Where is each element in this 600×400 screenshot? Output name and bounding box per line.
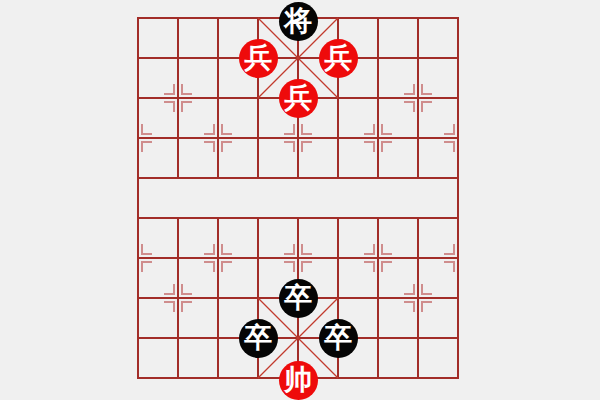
piece-red-soldier[interactable]: 兵 (239, 39, 278, 78)
xiangqi-board: 将兵兵兵卒卒卒帅 (0, 0, 600, 400)
piece-red-general[interactable]: 帅 (279, 361, 318, 400)
piece-black-general[interactable]: 将 (279, 2, 318, 41)
piece-black-soldier[interactable]: 卒 (239, 319, 278, 358)
piece-black-soldier[interactable]: 卒 (319, 319, 358, 358)
piece-layer: 将兵兵兵卒卒卒帅 (118, 0, 478, 398)
piece-black-soldier[interactable]: 卒 (279, 279, 318, 318)
piece-red-soldier[interactable]: 兵 (319, 39, 358, 78)
piece-red-soldier[interactable]: 兵 (279, 79, 318, 118)
